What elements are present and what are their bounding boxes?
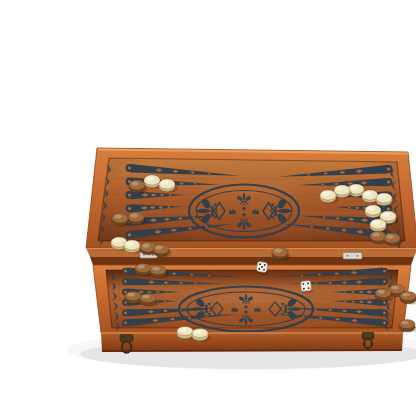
backgammon-board-photo <box>40 16 416 416</box>
board-base <box>93 265 411 353</box>
checker-brown[interactable] <box>399 320 416 333</box>
photo-backdrop: Opened wooden folding backgammon case, p… <box>40 16 416 416</box>
checker-brown[interactable] <box>400 292 416 305</box>
ridge-shadow-face <box>90 257 414 265</box>
hinge-right <box>343 253 362 260</box>
base-front-wall <box>101 333 403 352</box>
